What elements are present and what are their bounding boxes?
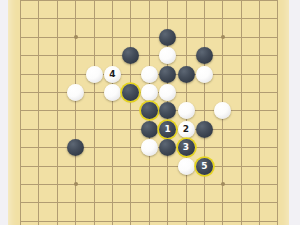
white-stone: [67, 84, 84, 101]
board-cell[interactable]: [140, 28, 158, 46]
board-cell[interactable]: [30, 0, 48, 10]
board-cell[interactable]: [177, 65, 195, 83]
black-stone: 3: [178, 139, 195, 156]
board-cell[interactable]: [195, 28, 213, 46]
board-cell[interactable]: [103, 157, 121, 175]
white-stone: [141, 84, 158, 101]
board-cell[interactable]: [214, 65, 232, 83]
board-cell[interactable]: [250, 139, 268, 157]
board-cell[interactable]: [140, 139, 158, 157]
board-cell[interactable]: [214, 157, 232, 175]
board-cell[interactable]: [158, 212, 176, 225]
black-stone: [196, 47, 213, 64]
board-cell[interactable]: [30, 157, 48, 175]
white-stone: [214, 102, 231, 119]
board-cell[interactable]: [214, 139, 232, 157]
board-cell[interactable]: [250, 175, 268, 193]
board-cell[interactable]: [48, 10, 66, 28]
board-cell[interactable]: [177, 175, 195, 193]
board-cell[interactable]: [103, 83, 121, 101]
board-cell[interactable]: [66, 194, 84, 212]
board-cell[interactable]: [48, 194, 66, 212]
board-cell[interactable]: [269, 47, 287, 65]
board-cell[interactable]: [140, 102, 158, 120]
black-stone: [141, 102, 158, 119]
board-cell[interactable]: [195, 212, 213, 225]
black-stone: [122, 84, 139, 101]
board-cell[interactable]: [48, 102, 66, 120]
star-point: [74, 182, 78, 186]
board-cell[interactable]: [158, 194, 176, 212]
board-cell[interactable]: [48, 139, 66, 157]
black-stone: [159, 139, 176, 156]
white-stone: [178, 158, 195, 175]
board-cell[interactable]: [48, 83, 66, 101]
board-cell[interactable]: [269, 0, 287, 10]
board-cell[interactable]: [48, 120, 66, 138]
board-cell[interactable]: [195, 83, 213, 101]
board-cell[interactable]: [85, 83, 103, 101]
board-cell[interactable]: [66, 0, 84, 10]
board-cell[interactable]: [30, 10, 48, 28]
board-cell[interactable]: [140, 157, 158, 175]
board-cell[interactable]: [269, 65, 287, 83]
board-cell[interactable]: [232, 157, 250, 175]
star-point: [221, 182, 225, 186]
board-cell[interactable]: [48, 157, 66, 175]
board-cell[interactable]: [30, 120, 48, 138]
black-stone: [141, 121, 158, 138]
board-cell[interactable]: [232, 102, 250, 120]
board-cell[interactable]: [48, 47, 66, 65]
board-cell[interactable]: [122, 10, 140, 28]
board-cell[interactable]: [269, 28, 287, 46]
board-cell[interactable]: [103, 194, 121, 212]
board-cell[interactable]: [177, 0, 195, 10]
black-stone: [196, 121, 213, 138]
board-cell[interactable]: [269, 120, 287, 138]
board-cell[interactable]: [140, 83, 158, 101]
board-cell[interactable]: [269, 102, 287, 120]
board-cell[interactable]: [232, 139, 250, 157]
board-cell[interactable]: [122, 47, 140, 65]
board-cell[interactable]: [66, 10, 84, 28]
board-cell[interactable]: [140, 175, 158, 193]
app-background: 41235: [0, 0, 300, 225]
board-cell[interactable]: [195, 0, 213, 10]
board-cell[interactable]: [177, 212, 195, 225]
black-stone: [67, 139, 84, 156]
board-cell[interactable]: [177, 102, 195, 120]
board-cell[interactable]: [11, 194, 29, 212]
board-cell[interactable]: [214, 10, 232, 28]
board-cell[interactable]: [250, 28, 268, 46]
board-cell[interactable]: [85, 65, 103, 83]
white-stone: [159, 84, 176, 101]
board-cell[interactable]: [158, 0, 176, 10]
board-cell[interactable]: [30, 28, 48, 46]
board-cell[interactable]: [122, 120, 140, 138]
board-cell[interactable]: [250, 212, 268, 225]
board-cell[interactable]: [195, 10, 213, 28]
board-cell[interactable]: [158, 139, 176, 157]
board-cell[interactable]: [140, 47, 158, 65]
board-cell[interactable]: [11, 0, 29, 10]
board-cell[interactable]: [214, 28, 232, 46]
board-cell[interactable]: [195, 65, 213, 83]
board-cell[interactable]: [30, 83, 48, 101]
black-stone: [178, 66, 195, 83]
white-stone: [159, 47, 176, 64]
board-cell[interactable]: [66, 157, 84, 175]
board-cell[interactable]: [195, 102, 213, 120]
board-cell[interactable]: [269, 10, 287, 28]
board-cell[interactable]: [103, 102, 121, 120]
move-number-label: 5: [201, 162, 207, 171]
board-cell[interactable]: [30, 139, 48, 157]
board-cell[interactable]: [85, 175, 103, 193]
board-cell[interactable]: [158, 102, 176, 120]
board-cell[interactable]: [85, 157, 103, 175]
board-cell[interactable]: [140, 0, 158, 10]
black-stone: [122, 47, 139, 64]
board-cell[interactable]: [11, 212, 29, 225]
board-cell[interactable]: [85, 28, 103, 46]
board-cell[interactable]: [250, 102, 268, 120]
board-cell[interactable]: [85, 102, 103, 120]
board-cell[interactable]: [122, 194, 140, 212]
board-cell[interactable]: [103, 139, 121, 157]
board-cell[interactable]: [85, 139, 103, 157]
board-grid: 41235: [11, 0, 287, 225]
board-cell[interactable]: [85, 212, 103, 225]
white-stone: [141, 66, 158, 83]
board-cell[interactable]: [214, 102, 232, 120]
board-cell[interactable]: [140, 10, 158, 28]
board-cell[interactable]: [195, 47, 213, 65]
board-cell[interactable]: [103, 120, 121, 138]
board-cell[interactable]: [30, 175, 48, 193]
board-cell[interactable]: [232, 212, 250, 225]
board-cell[interactable]: [122, 28, 140, 46]
board-cell[interactable]: [195, 194, 213, 212]
board-cell[interactable]: [11, 102, 29, 120]
board-cell[interactable]: [122, 65, 140, 83]
board-cell[interactable]: [85, 47, 103, 65]
board-cell[interactable]: [103, 175, 121, 193]
board-cell[interactable]: [66, 212, 84, 225]
move-number-label: 1: [164, 125, 170, 134]
board-cell[interactable]: [66, 139, 84, 157]
board-cell[interactable]: [30, 47, 48, 65]
board-cell[interactable]: [85, 194, 103, 212]
white-stone: [196, 66, 213, 83]
board-cell[interactable]: [214, 194, 232, 212]
board-cell[interactable]: [140, 65, 158, 83]
board-cell[interactable]: [269, 175, 287, 193]
board-cell[interactable]: [232, 175, 250, 193]
board-cell[interactable]: [122, 212, 140, 225]
board-cell[interactable]: [232, 120, 250, 138]
board-cell[interactable]: [250, 0, 268, 10]
white-stone: [141, 139, 158, 156]
white-stone: 4: [104, 66, 121, 83]
black-stone: [159, 66, 176, 83]
board-cell[interactable]: [158, 28, 176, 46]
board-cell[interactable]: [158, 175, 176, 193]
board-cell[interactable]: [269, 212, 287, 225]
white-stone: [104, 84, 121, 101]
board-cell[interactable]: [250, 47, 268, 65]
board-cell[interactable]: [140, 212, 158, 225]
board-cell[interactable]: [11, 10, 29, 28]
board-cell[interactable]: [122, 83, 140, 101]
board-cell[interactable]: [122, 157, 140, 175]
board-cell[interactable]: [66, 120, 84, 138]
board-cell[interactable]: [30, 102, 48, 120]
board-cell[interactable]: [103, 0, 121, 10]
board-cell[interactable]: [122, 139, 140, 157]
board-cell[interactable]: [11, 139, 29, 157]
board-cell[interactable]: [195, 120, 213, 138]
board-cell[interactable]: [48, 212, 66, 225]
board-cell[interactable]: 3: [177, 139, 195, 157]
board-cell[interactable]: [11, 28, 29, 46]
board-cell[interactable]: [48, 175, 66, 193]
board-cell[interactable]: [214, 0, 232, 10]
white-stone: [178, 102, 195, 119]
board-cell[interactable]: [232, 10, 250, 28]
board-cell[interactable]: [158, 10, 176, 28]
board-cell[interactable]: [11, 157, 29, 175]
board-cell[interactable]: 1: [158, 120, 176, 138]
board-cell[interactable]: [66, 47, 84, 65]
board-cell[interactable]: [250, 10, 268, 28]
board-cell[interactable]: [11, 47, 29, 65]
move-number-label: 2: [183, 125, 189, 134]
black-stone: 5: [196, 158, 213, 175]
board-cell[interactable]: [232, 83, 250, 101]
board-cell[interactable]: [103, 47, 121, 65]
board-cell[interactable]: [158, 47, 176, 65]
board-cell[interactable]: 2: [177, 120, 195, 138]
board-cell[interactable]: [66, 65, 84, 83]
board-cell[interactable]: [250, 83, 268, 101]
board-cell[interactable]: [195, 139, 213, 157]
board-cell[interactable]: [177, 194, 195, 212]
board-cell[interactable]: [48, 65, 66, 83]
board-cell[interactable]: [11, 175, 29, 193]
board-cell[interactable]: [30, 65, 48, 83]
board-cell[interactable]: [250, 65, 268, 83]
move-number-label: 4: [109, 70, 115, 79]
board-cell[interactable]: [11, 65, 29, 83]
board-cell[interactable]: [214, 120, 232, 138]
board-cell[interactable]: [103, 10, 121, 28]
board-cell[interactable]: [66, 102, 84, 120]
board-cell[interactable]: [269, 157, 287, 175]
board-cell[interactable]: [250, 120, 268, 138]
star-point: [74, 35, 78, 39]
board-cell[interactable]: [11, 120, 29, 138]
board-cell[interactable]: [177, 83, 195, 101]
board-cell[interactable]: 5: [195, 157, 213, 175]
board-cell[interactable]: [232, 0, 250, 10]
board-cell[interactable]: [232, 194, 250, 212]
board-cell[interactable]: [232, 28, 250, 46]
board-cell[interactable]: [66, 175, 84, 193]
board-cell[interactable]: 4: [103, 65, 121, 83]
move-number-label: 3: [183, 143, 189, 152]
board-cell[interactable]: [232, 47, 250, 65]
board-cell[interactable]: [214, 212, 232, 225]
board-cell[interactable]: [214, 83, 232, 101]
board-cell[interactable]: [177, 28, 195, 46]
board-cell[interactable]: [66, 83, 84, 101]
board-cell[interactable]: [158, 65, 176, 83]
board-cell[interactable]: [48, 28, 66, 46]
board-cell[interactable]: [11, 83, 29, 101]
board-cell[interactable]: [85, 120, 103, 138]
board-cell[interactable]: [250, 194, 268, 212]
board-cell[interactable]: [140, 194, 158, 212]
board-cell[interactable]: [66, 28, 84, 46]
board-cell[interactable]: [140, 120, 158, 138]
board-cell[interactable]: [232, 65, 250, 83]
board-cell[interactable]: [103, 28, 121, 46]
white-stone: 2: [178, 121, 195, 138]
board-cell[interactable]: [195, 175, 213, 193]
board-cell[interactable]: [177, 10, 195, 28]
board-cell[interactable]: [269, 139, 287, 157]
board-cell[interactable]: [158, 83, 176, 101]
black-stone: [159, 102, 176, 119]
board-cell[interactable]: [214, 47, 232, 65]
board-cell[interactable]: [30, 194, 48, 212]
board-cell[interactable]: [122, 102, 140, 120]
board-cell[interactable]: [269, 83, 287, 101]
board-cell[interactable]: [103, 212, 121, 225]
board-cell[interactable]: [122, 0, 140, 10]
board-cell[interactable]: [48, 0, 66, 10]
board-cell[interactable]: [85, 0, 103, 10]
gomoku-board: 41235: [8, 0, 289, 225]
black-stone: [159, 29, 176, 46]
board-cell[interactable]: [269, 194, 287, 212]
star-point: [221, 35, 225, 39]
black-stone: 1: [159, 121, 176, 138]
board-cell[interactable]: [214, 175, 232, 193]
board-cell[interactable]: [177, 157, 195, 175]
board-cell[interactable]: [177, 47, 195, 65]
white-stone: [86, 66, 103, 83]
board-cell[interactable]: [85, 10, 103, 28]
board-cell[interactable]: [30, 212, 48, 225]
board-cell[interactable]: [158, 157, 176, 175]
board-cell[interactable]: [122, 175, 140, 193]
board-cell[interactable]: [250, 157, 268, 175]
